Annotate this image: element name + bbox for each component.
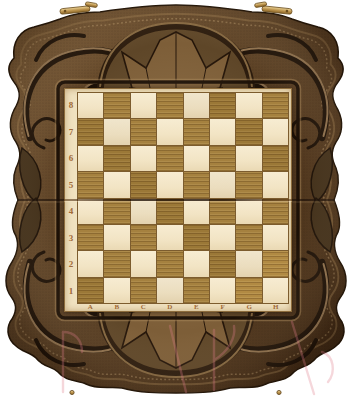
square-h8 — [263, 93, 288, 118]
square-h3 — [263, 225, 288, 250]
file-label-e: E — [183, 303, 210, 311]
square-g4 — [236, 199, 261, 224]
square-a8 — [78, 93, 103, 118]
file-labels: ABCDEFGH — [77, 303, 289, 311]
square-f3 — [210, 225, 235, 250]
square-g8 — [236, 93, 261, 118]
square-c8 — [131, 93, 156, 118]
file-label-h: H — [263, 303, 290, 311]
square-c7 — [131, 119, 156, 144]
square-g6 — [236, 146, 261, 171]
square-e3 — [184, 225, 209, 250]
square-g7 — [236, 119, 261, 144]
product-photo: 87654321 ABCDEFGH — [0, 0, 352, 400]
chess-board-panel: 87654321 ABCDEFGH — [64, 88, 292, 312]
square-c6 — [131, 146, 156, 171]
square-g3 — [236, 225, 261, 250]
square-b5 — [104, 172, 129, 197]
rank-label-5: 5 — [65, 172, 77, 199]
file-label-b: B — [104, 303, 131, 311]
square-d7 — [157, 119, 182, 144]
square-e8 — [184, 93, 209, 118]
square-b3 — [104, 225, 129, 250]
hinge-pin-left — [70, 390, 74, 394]
square-b7 — [104, 119, 129, 144]
square-h6 — [263, 146, 288, 171]
square-f1 — [210, 278, 235, 303]
square-f6 — [210, 146, 235, 171]
square-a4 — [78, 199, 103, 224]
file-label-c: C — [130, 303, 157, 311]
square-e7 — [184, 119, 209, 144]
square-a5 — [78, 172, 103, 197]
square-d8 — [157, 93, 182, 118]
file-label-g: G — [236, 303, 263, 311]
rank-labels: 87654321 — [65, 92, 77, 304]
rank-label-2: 2 — [65, 251, 77, 278]
square-c3 — [131, 225, 156, 250]
square-d3 — [157, 225, 182, 250]
square-b4 — [104, 199, 129, 224]
square-c2 — [131, 251, 156, 276]
rank-label-3: 3 — [65, 225, 77, 252]
square-c4 — [131, 199, 156, 224]
square-c1 — [131, 278, 156, 303]
square-d4 — [157, 199, 182, 224]
square-g2 — [236, 251, 261, 276]
square-d1 — [157, 278, 182, 303]
square-e5 — [184, 172, 209, 197]
square-e1 — [184, 278, 209, 303]
square-a2 — [78, 251, 103, 276]
square-e6 — [184, 146, 209, 171]
square-f8 — [210, 93, 235, 118]
rank-label-1: 1 — [65, 278, 77, 305]
rank-label-8: 8 — [65, 92, 77, 119]
square-h2 — [263, 251, 288, 276]
square-h7 — [263, 119, 288, 144]
square-b6 — [104, 146, 129, 171]
square-g5 — [236, 172, 261, 197]
rank-label-6: 6 — [65, 145, 77, 172]
square-b2 — [104, 251, 129, 276]
rank-label-4: 4 — [65, 198, 77, 225]
square-d5 — [157, 172, 182, 197]
file-label-f: F — [210, 303, 237, 311]
square-b8 — [104, 93, 129, 118]
square-e4 — [184, 199, 209, 224]
hinge-pin-right — [277, 390, 281, 394]
square-h1 — [263, 278, 288, 303]
board-fold-seam — [64, 199, 292, 201]
square-b1 — [104, 278, 129, 303]
square-a1 — [78, 278, 103, 303]
file-label-d: D — [157, 303, 184, 311]
square-f2 — [210, 251, 235, 276]
square-f7 — [210, 119, 235, 144]
board-squares — [77, 92, 289, 304]
square-a3 — [78, 225, 103, 250]
square-d2 — [157, 251, 182, 276]
square-a6 — [78, 146, 103, 171]
square-e2 — [184, 251, 209, 276]
square-c5 — [131, 172, 156, 197]
square-a7 — [78, 119, 103, 144]
file-label-a: A — [77, 303, 104, 311]
square-f5 — [210, 172, 235, 197]
square-h5 — [263, 172, 288, 197]
square-d6 — [157, 146, 182, 171]
square-h4 — [263, 199, 288, 224]
rank-label-7: 7 — [65, 119, 77, 146]
square-g1 — [236, 278, 261, 303]
square-f4 — [210, 199, 235, 224]
